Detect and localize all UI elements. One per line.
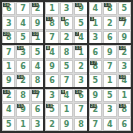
cell-digit: 3: [35, 121, 41, 129]
cage-sum-badge: 14: [119, 104, 126, 108]
cage-sum-badge: 9: [61, 90, 65, 94]
cell-r8c1[interactable]: 4: [2, 103, 15, 116]
cell-r7c4[interactable]: 3: [45, 89, 58, 102]
cell-digit: 8: [20, 92, 26, 100]
cell-digit: 5: [6, 121, 12, 129]
cell-digit: 1: [121, 92, 127, 100]
cell-r1c1[interactable]: 166: [2, 2, 15, 15]
cell-r6c1[interactable]: 9: [2, 74, 15, 87]
box-divider-horizontal-1: [2, 43, 131, 45]
cell-r4c9[interactable]: 102: [118, 45, 131, 58]
cell-r8c6[interactable]: 7: [74, 103, 87, 116]
cell-r7c6[interactable]: 166: [74, 89, 87, 102]
cell-r4c8[interactable]: 9: [103, 45, 116, 58]
cage-sum-badge: 16: [17, 75, 24, 79]
cell-digit: 5: [64, 63, 70, 71]
cell-r8c7[interactable]: 242: [89, 103, 102, 116]
cell-r7c2[interactable]: 8: [16, 89, 29, 102]
cell-r7c5[interactable]: 94: [60, 89, 73, 102]
cell-r6c4[interactable]: 6: [45, 74, 58, 87]
cell-r7c1[interactable]: 142: [2, 89, 15, 102]
cell-digit: 9: [93, 92, 99, 100]
cell-digit: 3: [93, 34, 99, 42]
cell-r9c6[interactable]: 8: [74, 118, 87, 131]
sudoku-board: 1667152131894138534911886531222720851017…: [0, 0, 133, 133]
cell-r8c2[interactable]: 159: [16, 103, 29, 116]
cell-digit: 3: [121, 63, 127, 71]
cell-digit: 2: [78, 63, 84, 71]
cell-r6c2[interactable]: 162: [16, 74, 29, 87]
cage-sum-badge: 10: [119, 46, 126, 50]
cell-digit: 1: [6, 63, 12, 71]
cell-digit: 5: [93, 77, 99, 85]
cell-digit: 9: [121, 34, 127, 42]
cell-digit: 3: [49, 92, 55, 100]
cell-r2c9[interactable]: 227: [118, 16, 131, 29]
cell-r1c5[interactable]: 3: [60, 2, 73, 15]
cell-digit: 2: [107, 20, 113, 28]
cell-r6c5[interactable]: 7: [60, 74, 73, 87]
cell-digit: 7: [6, 49, 12, 57]
cell-r4c2[interactable]: 163: [16, 45, 29, 58]
cage-sum-badge: 8: [61, 17, 65, 21]
cell-r9c8[interactable]: 4: [103, 118, 116, 131]
cell-digit: 8: [78, 121, 84, 129]
cell-r9c2[interactable]: 1: [16, 118, 29, 131]
cell-r9c9[interactable]: 6: [118, 118, 131, 131]
cage-sum-badge: 11: [75, 46, 82, 50]
cage-sum-badge: 10: [32, 32, 39, 36]
cell-digit: 6: [20, 63, 26, 71]
cell-digit: 1: [20, 121, 26, 129]
cell-r4c7[interactable]: 6: [89, 45, 102, 58]
cell-r5c4[interactable]: 9: [45, 60, 58, 73]
cage-sum-badge: 17: [90, 61, 97, 65]
cage-sum-badge: 10: [32, 90, 39, 94]
cell-r2c2[interactable]: 4: [16, 16, 29, 29]
cell-digit: 5: [107, 92, 113, 100]
cell-r7c8[interactable]: 5: [103, 89, 116, 102]
cage-sum-badge: 8: [46, 46, 50, 50]
cell-r5c7[interactable]: 178: [89, 60, 102, 73]
cell-digit: 5: [35, 49, 41, 57]
cell-digit: 7: [93, 121, 99, 129]
cell-digit: 8: [64, 49, 70, 57]
cell-r1c9[interactable]: 5: [118, 2, 131, 15]
cell-r1c4[interactable]: 1: [45, 2, 58, 15]
cage-sum-badge: 7: [75, 32, 79, 36]
box-divider-horizontal-2: [2, 87, 131, 89]
cage-sum-badge: 14: [3, 90, 10, 94]
cell-r1c7[interactable]: 4: [89, 2, 102, 15]
cage-sum-badge: 22: [119, 17, 126, 21]
cell-r2c4[interactable]: 118: [45, 16, 58, 29]
cage-sum-badge: 24: [90, 104, 97, 108]
cell-digit: 1: [107, 77, 113, 85]
cell-digit: 5: [20, 34, 26, 42]
cell-r1c8[interactable]: 138: [103, 2, 116, 15]
cell-r1c2[interactable]: 7: [16, 2, 29, 15]
cell-digit: 3: [64, 5, 70, 13]
cage-sum-badge: 16: [17, 46, 24, 50]
cell-digit: 3: [107, 106, 113, 114]
cage-sum-badge: 20: [3, 32, 10, 36]
cage-sum-badge: 10: [119, 75, 126, 79]
cell-r7c7[interactable]: 9: [89, 89, 102, 102]
box-divider-vertical-2: [87, 2, 89, 131]
cell-digit: 4: [107, 121, 113, 129]
cell-r4c1[interactable]: 7: [2, 45, 15, 58]
cell-r9c7[interactable]: 7: [89, 118, 102, 131]
cell-digit: 6: [121, 121, 127, 129]
cell-digit: 5: [121, 5, 127, 13]
cell-r5c9[interactable]: 3: [118, 60, 131, 73]
cell-r5c8[interactable]: 7: [103, 60, 116, 73]
cell-digit: 4: [6, 106, 12, 114]
cell-r6c7[interactable]: 5: [89, 74, 102, 87]
cell-digit: 8: [35, 77, 41, 85]
cage-sum-badge: 13: [46, 104, 53, 108]
cell-digit: 2: [49, 121, 55, 129]
cell-digit: 3: [6, 20, 12, 28]
cell-r9c5[interactable]: 9: [60, 118, 73, 131]
cell-r6c8[interactable]: 1: [103, 74, 116, 87]
cell-digit: 1: [49, 5, 55, 13]
cell-r5c5[interactable]: 5: [60, 60, 73, 73]
cell-digit: 6: [35, 106, 41, 114]
cell-digit: 9: [107, 49, 113, 57]
cell-r4c5[interactable]: 8: [60, 45, 73, 58]
cell-r2c5[interactable]: 86: [60, 16, 73, 29]
cage-sum-badge: 15: [17, 104, 24, 108]
cell-digit: 9: [6, 77, 12, 85]
cage-sum-badge: 15: [32, 3, 39, 7]
cell-r2c1[interactable]: 3: [2, 16, 15, 29]
cell-r6c9[interactable]: 104: [118, 74, 131, 87]
cell-r4c4[interactable]: 84: [45, 45, 58, 58]
cell-digit: 7: [64, 77, 70, 85]
cell-r1c6[interactable]: 189: [74, 2, 87, 15]
cage-sum-badge: 18: [75, 3, 82, 7]
cage-sum-badge: 16: [75, 90, 82, 94]
cell-r9c4[interactable]: 2: [45, 118, 58, 131]
cell-r5c2[interactable]: 6: [16, 60, 29, 73]
cell-digit: 1: [64, 106, 70, 114]
cell-digit: 9: [49, 63, 55, 71]
cell-r2c7[interactable]: 31: [89, 16, 102, 29]
cage-sum-badge: 13: [104, 3, 111, 7]
cell-r9c1[interactable]: 5: [2, 118, 15, 131]
cell-digit: 7: [20, 5, 26, 13]
cell-r7c9[interactable]: 1: [118, 89, 131, 102]
cell-r2c8[interactable]: 2: [103, 16, 116, 29]
cell-r8c4[interactable]: 135: [45, 103, 58, 116]
cell-digit: 9: [64, 121, 70, 129]
cell-r8c9[interactable]: 148: [118, 103, 131, 116]
cell-r8c5[interactable]: 1: [60, 103, 73, 116]
cage-sum-badge: 11: [46, 17, 53, 21]
cell-digit: 2: [64, 34, 70, 42]
cell-digit: 7: [49, 34, 55, 42]
cell-r5c6[interactable]: 2: [74, 60, 87, 73]
cage-sum-badge: 16: [3, 3, 10, 7]
cell-digit: 4: [35, 63, 41, 71]
cell-r4c6[interactable]: 111: [74, 45, 87, 58]
box-divider-vertical-1: [43, 2, 45, 131]
cell-r5c1[interactable]: 1: [2, 60, 15, 73]
cell-r8c8[interactable]: 3: [103, 103, 116, 116]
cell-digit: 6: [107, 34, 113, 42]
cell-digit: 7: [78, 106, 84, 114]
cell-r2c6[interactable]: 5: [74, 16, 87, 29]
cell-digit: 5: [78, 20, 84, 28]
cage-sum-badge: 3: [90, 17, 94, 21]
cell-digit: 4: [93, 5, 99, 13]
cell-digit: 7: [107, 63, 113, 71]
cell-digit: 3: [78, 77, 84, 85]
cell-digit: 6: [93, 49, 99, 57]
cell-r6c6[interactable]: 3: [74, 74, 87, 87]
cell-digit: 9: [35, 20, 41, 28]
cell-digit: 6: [49, 77, 55, 85]
cell-digit: 4: [20, 20, 26, 28]
